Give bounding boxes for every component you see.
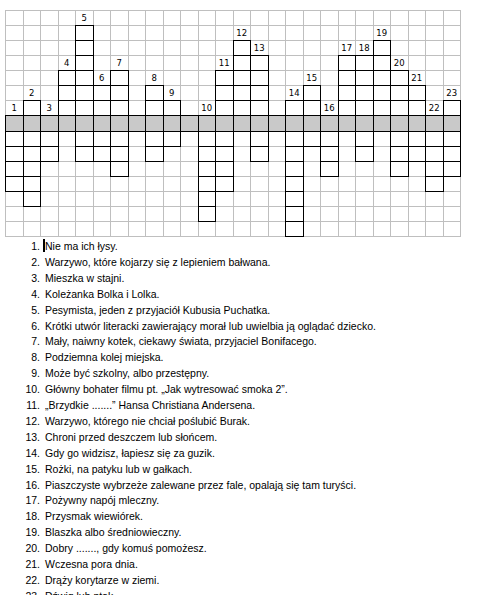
blank-cell [40, 221, 59, 237]
solution-cell[interactable] [58, 115, 77, 131]
answer-cell[interactable] [408, 146, 427, 162]
blank-cell [250, 176, 269, 192]
answer-cell[interactable] [5, 176, 24, 192]
clue-text: Warzywo, które kojarzy się z lepieniem b… [45, 256, 270, 268]
solution-cell[interactable] [145, 115, 164, 131]
solution-cell[interactable] [355, 115, 374, 131]
blank-cell [180, 206, 199, 222]
blank-cell [93, 206, 112, 222]
clue-number-label: 2 [24, 87, 41, 99]
blank-cell [5, 10, 24, 26]
answer-cell[interactable] [373, 70, 392, 86]
clue-text: Nie ma ich łysy. [45, 240, 118, 252]
blank-cell [355, 176, 374, 192]
blank-cell [75, 161, 94, 177]
answer-cell[interactable] [198, 206, 217, 222]
clue-number: 4. [22, 288, 40, 300]
answer-cell[interactable] [285, 146, 304, 162]
blank-cell [163, 206, 182, 222]
blank-cell [23, 55, 42, 71]
clue-number-cell: 23 [443, 85, 462, 101]
clue-text: Pożywny napój mleczny. [45, 494, 159, 506]
blank-cell [163, 146, 182, 162]
blank-cell [163, 221, 182, 237]
answer-cell[interactable] [250, 55, 269, 71]
answer-cell[interactable] [40, 131, 59, 147]
clue-number: 9. [22, 367, 40, 379]
blank-cell [145, 25, 164, 41]
answer-cell[interactable] [425, 146, 444, 162]
blank-cell [338, 161, 357, 177]
blank-cell [180, 161, 199, 177]
clue-text: Mieszka w stajni. [45, 272, 124, 284]
blank-cell [373, 131, 392, 147]
blank-cell [355, 221, 374, 237]
blank-cell [250, 191, 269, 207]
blank-cell [285, 70, 304, 86]
solution-cell[interactable] [233, 115, 252, 131]
blank-cell [373, 146, 392, 162]
answer-cell[interactable] [250, 85, 269, 101]
answer-cell[interactable] [408, 131, 427, 147]
clue-line-23: 23.Dźwig lub ptak. [0, 590, 498, 595]
answer-cell[interactable] [233, 55, 252, 71]
answer-cell[interactable] [285, 221, 304, 237]
clue-number-label: 22 [426, 102, 443, 114]
blank-cell [268, 221, 287, 237]
answer-cell[interactable] [23, 191, 42, 207]
blank-cell [355, 161, 374, 177]
blank-cell [180, 100, 199, 116]
clue-number-label: 10 [199, 102, 216, 114]
answer-cell[interactable] [355, 131, 374, 147]
clue-number: 11. [22, 399, 40, 411]
clue-number-label: 20 [391, 57, 408, 69]
clue-number-cell: 11 [215, 55, 234, 71]
blank-cell [390, 25, 409, 41]
solution-cell[interactable] [408, 115, 427, 131]
clue-number-label: 9 [164, 87, 181, 99]
clue-text: Dobry ......., gdy komuś pomożesz. [45, 542, 207, 554]
answer-cell[interactable] [215, 100, 234, 116]
answer-cell[interactable] [198, 191, 217, 207]
answer-cell[interactable] [93, 131, 112, 147]
answer-cell[interactable] [23, 161, 42, 177]
answer-cell[interactable] [285, 100, 304, 116]
blank-cell [180, 40, 199, 56]
answer-cell[interactable] [58, 70, 77, 86]
answer-cell[interactable] [355, 55, 374, 71]
solution-cell[interactable] [93, 115, 112, 131]
answer-cell[interactable] [23, 146, 42, 162]
blank-cell [128, 176, 147, 192]
blank-cell [58, 206, 77, 222]
blank-cell [180, 146, 199, 162]
answer-cell[interactable] [93, 85, 112, 101]
blank-cell [338, 206, 357, 222]
answer-cell[interactable] [93, 146, 112, 162]
answer-cell[interactable] [303, 85, 322, 101]
blank-cell [58, 10, 77, 26]
blank-cell [355, 10, 374, 26]
answer-cell[interactable] [110, 100, 129, 116]
solution-cell[interactable] [390, 115, 409, 131]
clue-number-cell: 1 [5, 100, 24, 116]
blank-cell [285, 25, 304, 41]
answer-cell[interactable] [443, 100, 462, 116]
clue-text: Koleżanka Bolka i Lolka. [45, 288, 159, 300]
answer-cell[interactable] [145, 85, 164, 101]
blank-cell [198, 40, 217, 56]
answer-cell[interactable] [23, 176, 42, 192]
blank-cell [303, 161, 322, 177]
clue-number-label: 19 [374, 27, 391, 39]
blank-cell [425, 55, 444, 71]
answer-cell[interactable] [373, 85, 392, 101]
blank-cell [338, 221, 357, 237]
blank-cell [250, 161, 269, 177]
answer-cell[interactable] [285, 191, 304, 207]
blank-cell [58, 176, 77, 192]
answer-cell[interactable] [425, 176, 444, 192]
clue-number-cell: 6 [93, 70, 112, 86]
blank-cell [180, 176, 199, 192]
answer-cell[interactable] [5, 161, 24, 177]
blank-cell [338, 176, 357, 192]
answer-cell[interactable] [250, 100, 269, 116]
blank-cell [128, 55, 147, 71]
blank-cell [75, 191, 94, 207]
answer-cell[interactable] [408, 85, 427, 101]
answer-cell[interactable] [75, 70, 94, 86]
answer-cell[interactable] [40, 146, 59, 162]
blank-cell [128, 131, 147, 147]
blank-cell [198, 70, 217, 86]
blank-cell [145, 161, 164, 177]
clue-line-14: 14.Gdy go widzisz, łapiesz się za guzik. [0, 447, 498, 462]
solution-cell[interactable] [180, 115, 199, 131]
answer-cell[interactable] [163, 131, 182, 147]
blank-cell [163, 191, 182, 207]
blank-cell [58, 221, 77, 237]
answer-cell[interactable] [390, 70, 409, 86]
answer-cell[interactable] [390, 85, 409, 101]
answer-cell[interactable] [233, 85, 252, 101]
clue-line-3: 3.Mieszka w stajni. [0, 272, 498, 287]
answer-cell[interactable] [390, 161, 409, 177]
blank-cell [233, 161, 252, 177]
answer-cell[interactable] [355, 100, 374, 116]
blank-cell [250, 221, 269, 237]
answer-cell[interactable] [75, 131, 94, 147]
blank-cell [40, 191, 59, 207]
clue-number-cell: 9 [163, 85, 182, 101]
solution-cell[interactable] [110, 115, 129, 131]
blank-cell [443, 55, 462, 71]
clue-number-label: 13 [251, 42, 268, 54]
clue-number-cell: 4 [58, 55, 77, 71]
clue-number-cell: 13 [250, 40, 269, 56]
blank-cell [443, 25, 462, 41]
answer-cell[interactable] [198, 161, 217, 177]
blank-cell [443, 40, 462, 56]
blank-cell [268, 161, 287, 177]
answer-cell[interactable] [390, 100, 409, 116]
blank-cell [40, 176, 59, 192]
solution-cell[interactable] [443, 115, 462, 131]
blank-cell [233, 206, 252, 222]
clue-number: 18. [22, 510, 40, 522]
answer-cell[interactable] [145, 100, 164, 116]
clue-text: Chroni przed deszczem lub słońcem. [45, 431, 217, 443]
blank-cell [233, 191, 252, 207]
clue-number: 15. [22, 463, 40, 475]
blank-cell [320, 206, 339, 222]
blank-cell [338, 10, 357, 26]
blank-cell [408, 191, 427, 207]
blank-cell [355, 25, 374, 41]
clue-number-label: 16 [321, 102, 338, 114]
answer-cell[interactable] [198, 146, 217, 162]
blank-cell [250, 10, 269, 26]
answer-cell[interactable] [163, 100, 182, 116]
blank-cell [285, 10, 304, 26]
crossword-page: 5121913171847112068152129142313101622 1.… [0, 0, 498, 595]
answer-cell[interactable] [303, 100, 322, 116]
answer-cell[interactable] [75, 25, 94, 41]
blank-cell [303, 25, 322, 41]
clue-line-20: 20.Dobry ......., gdy komuś pomożesz. [0, 542, 498, 557]
clue-number: 5. [22, 304, 40, 316]
clue-number-label: 14 [286, 87, 303, 99]
clue-number-label: 5 [76, 12, 93, 24]
clue-number: 21. [22, 558, 40, 570]
answer-cell[interactable] [355, 85, 374, 101]
answer-cell[interactable] [250, 146, 269, 162]
answer-cell[interactable] [145, 131, 164, 147]
answer-cell[interactable] [75, 40, 94, 56]
clue-text: Może być szkolny, albo przestępny. [45, 367, 209, 379]
answer-cell[interactable] [320, 146, 339, 162]
clue-number-label: 21 [409, 72, 426, 84]
solution-cell[interactable] [338, 115, 357, 131]
answer-cell[interactable] [215, 176, 234, 192]
clue-number: 6. [22, 320, 40, 332]
answer-cell[interactable] [5, 131, 24, 147]
clue-line-6: 6.Krótki utwór literacki zawierający mor… [0, 320, 498, 335]
solution-cell[interactable] [40, 115, 59, 131]
blank-cell [40, 85, 59, 101]
blank-cell [110, 191, 129, 207]
answer-cell[interactable] [303, 131, 322, 147]
solution-cell[interactable] [215, 115, 234, 131]
answer-cell[interactable] [355, 70, 374, 86]
clue-text: Drąży korytarze w ziemi. [45, 574, 159, 586]
clue-number-cell: 5 [75, 10, 94, 26]
answer-cell[interactable] [198, 176, 217, 192]
answer-cell[interactable] [338, 70, 357, 86]
clue-text: Mały, naiwny kotek, ciekawy świata, przy… [45, 335, 317, 347]
blank-cell [250, 25, 269, 41]
clue-number: 12. [22, 415, 40, 427]
solution-cell[interactable] [320, 115, 339, 131]
answer-cell[interactable] [58, 100, 77, 116]
blank-cell [23, 221, 42, 237]
blank-cell [128, 146, 147, 162]
answer-cell[interactable] [443, 161, 462, 177]
solution-cell[interactable] [128, 115, 147, 131]
blank-cell [373, 221, 392, 237]
solution-cell[interactable] [5, 115, 24, 131]
answer-cell[interactable] [75, 85, 94, 101]
blank-cell [408, 221, 427, 237]
blank-cell [268, 10, 287, 26]
blank-cell [110, 25, 129, 41]
answer-cell[interactable] [338, 100, 357, 116]
blank-cell [320, 40, 339, 56]
answer-cell[interactable] [233, 40, 252, 56]
blank-cell [425, 206, 444, 222]
answer-cell[interactable] [23, 100, 42, 116]
blank-cell [390, 221, 409, 237]
blank-cell [128, 70, 147, 86]
blank-cell [110, 176, 129, 192]
answer-cell[interactable] [215, 131, 234, 147]
answer-cell[interactable] [110, 85, 129, 101]
answer-cell[interactable] [285, 161, 304, 177]
blank-cell [93, 55, 112, 71]
clue-text: Dźwig lub ptak. [45, 590, 116, 595]
answer-cell[interactable] [58, 85, 77, 101]
answer-cell[interactable] [215, 146, 234, 162]
clue-number: 7. [22, 335, 40, 347]
blank-cell [5, 25, 24, 41]
answer-cell[interactable] [75, 55, 94, 71]
blank-cell [425, 40, 444, 56]
answer-cell[interactable] [355, 146, 374, 162]
answer-cell[interactable] [110, 161, 129, 177]
answer-cell[interactable] [93, 100, 112, 116]
answer-cell[interactable] [338, 85, 357, 101]
answer-cell[interactable] [338, 55, 357, 71]
answer-cell[interactable] [285, 176, 304, 192]
answer-cell[interactable] [75, 100, 94, 116]
blank-cell [5, 85, 24, 101]
blank-cell [145, 206, 164, 222]
clue-number: 16. [22, 479, 40, 491]
blank-cell [303, 221, 322, 237]
solution-cell[interactable] [303, 115, 322, 131]
blank-cell [443, 70, 462, 86]
solution-cell[interactable] [425, 115, 444, 131]
clue-line-21: 21.Wczesna pora dnia. [0, 558, 498, 573]
blank-cell [93, 221, 112, 237]
solution-cell[interactable] [250, 115, 269, 131]
answer-cell[interactable] [320, 161, 339, 177]
clue-number-label: 18 [356, 42, 373, 54]
blank-cell [93, 10, 112, 26]
answer-cell[interactable] [425, 161, 444, 177]
clue-number-label: 12 [234, 27, 251, 39]
answer-cell[interactable] [110, 131, 129, 147]
answer-cell[interactable] [373, 100, 392, 116]
solution-cell[interactable] [373, 115, 392, 131]
solution-cell[interactable] [163, 115, 182, 131]
answer-cell[interactable] [75, 146, 94, 162]
answer-cell[interactable] [215, 70, 234, 86]
answer-cell[interactable] [408, 100, 427, 116]
answer-cell[interactable] [373, 55, 392, 71]
blank-cell [58, 25, 77, 41]
clue-text: Piaszczyste wybrzeże zalewane przez fale… [45, 479, 356, 491]
solution-cell[interactable] [268, 115, 287, 131]
blank-cell [128, 206, 147, 222]
answer-cell[interactable] [390, 131, 409, 147]
answer-cell[interactable] [425, 131, 444, 147]
answer-cell[interactable] [5, 146, 24, 162]
clue-number-cell: 22 [425, 100, 444, 116]
clue-line-10: 10.Główny bohater filmu pt. „Jak wytreso… [0, 383, 498, 398]
answer-cell[interactable] [443, 131, 462, 147]
blank-cell [180, 55, 199, 71]
clue-number-cell: 15 [303, 70, 322, 86]
blank-cell [5, 221, 24, 237]
clue-number: 3. [22, 272, 40, 284]
blank-cell [40, 55, 59, 71]
blank-cell [408, 206, 427, 222]
blank-cell [338, 25, 357, 41]
blank-cell [425, 85, 444, 101]
answer-cell[interactable] [215, 85, 234, 101]
clue-number: 10. [22, 383, 40, 395]
clue-text: „Brzydkie .......” Hansa Christiana Ande… [45, 399, 255, 411]
clue-number-cell: 19 [373, 25, 392, 41]
solution-cell[interactable] [75, 115, 94, 131]
answer-cell[interactable] [250, 70, 269, 86]
blank-cell [215, 206, 234, 222]
answer-cell[interactable] [233, 70, 252, 86]
solution-cell[interactable] [285, 115, 304, 131]
blank-cell [5, 206, 24, 222]
solution-cell[interactable] [23, 115, 42, 131]
blank-cell [303, 55, 322, 71]
clue-line-5: 5.Pesymista, jeden z przyjaciół Kubusia … [0, 304, 498, 319]
answer-cell[interactable] [110, 146, 129, 162]
clue-line-22: 22.Drąży korytarze w ziemi. [0, 574, 498, 589]
answer-cell[interactable] [145, 146, 164, 162]
blank-cell [40, 161, 59, 177]
blank-cell [180, 70, 199, 86]
answer-cell[interactable] [110, 70, 129, 86]
answer-cell[interactable] [23, 131, 42, 147]
blank-cell [268, 146, 287, 162]
answer-cell[interactable] [215, 161, 234, 177]
answer-cell[interactable] [285, 131, 304, 147]
answer-cell[interactable] [373, 40, 392, 56]
clue-line-4: 4.Koleżanka Bolka i Lolka. [0, 288, 498, 303]
answer-cell[interactable] [443, 146, 462, 162]
clue-number-cell: 8 [145, 70, 164, 86]
answer-cell[interactable] [250, 131, 269, 147]
blank-cell [373, 10, 392, 26]
solution-cell[interactable] [198, 115, 217, 131]
blank-cell [145, 10, 164, 26]
answer-cell[interactable] [390, 146, 409, 162]
answer-cell[interactable] [285, 206, 304, 222]
answer-cell[interactable] [320, 131, 339, 147]
answer-cell[interactable] [198, 131, 217, 147]
answer-cell[interactable] [233, 100, 252, 116]
